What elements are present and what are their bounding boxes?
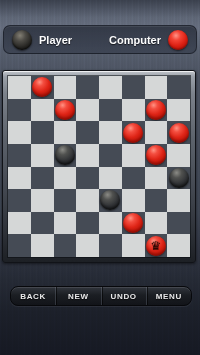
bottom-toolbar: BACK NEW UNDO MENU bbox=[10, 286, 192, 306]
square-r6c7[interactable] bbox=[167, 212, 190, 235]
red-piece[interactable] bbox=[123, 123, 143, 143]
square-r4c1[interactable] bbox=[31, 167, 54, 190]
square-r6c6[interactable] bbox=[145, 212, 168, 235]
square-r7c2[interactable] bbox=[54, 234, 77, 257]
player-label: Player bbox=[39, 34, 72, 46]
menu-button[interactable]: MENU bbox=[146, 287, 191, 305]
checkers-app-screen: Player Computer ♛ BACK NEW UNDO MENU bbox=[0, 0, 200, 355]
square-r5c3[interactable] bbox=[76, 189, 99, 212]
square-r7c3[interactable] bbox=[76, 234, 99, 257]
black-piece[interactable] bbox=[55, 145, 75, 165]
square-r2c4[interactable] bbox=[99, 121, 122, 144]
square-r7c1[interactable] bbox=[31, 234, 54, 257]
square-r2c5[interactable] bbox=[122, 121, 145, 144]
king-crown-icon: ♛ bbox=[150, 239, 161, 251]
square-r3c0[interactable] bbox=[8, 144, 31, 167]
square-r6c5[interactable] bbox=[122, 212, 145, 235]
square-r1c2[interactable] bbox=[54, 99, 77, 122]
square-r4c0[interactable] bbox=[8, 167, 31, 190]
red-piece[interactable] bbox=[169, 123, 189, 143]
square-r3c3[interactable] bbox=[76, 144, 99, 167]
back-button[interactable]: BACK bbox=[11, 287, 55, 305]
red-piece[interactable] bbox=[146, 100, 166, 120]
square-r1c6[interactable] bbox=[145, 99, 168, 122]
new-button[interactable]: NEW bbox=[55, 287, 100, 305]
square-r7c4[interactable] bbox=[99, 234, 122, 257]
black-piece[interactable] bbox=[169, 168, 189, 188]
square-r7c7[interactable] bbox=[167, 234, 190, 257]
square-r3c4[interactable] bbox=[99, 144, 122, 167]
square-r6c1[interactable] bbox=[31, 212, 54, 235]
square-r3c5[interactable] bbox=[122, 144, 145, 167]
red-king-piece[interactable]: ♛ bbox=[146, 236, 166, 256]
computer-piece-icon bbox=[168, 30, 188, 50]
square-r4c6[interactable] bbox=[145, 167, 168, 190]
red-piece[interactable] bbox=[32, 77, 52, 97]
square-r2c2[interactable] bbox=[54, 121, 77, 144]
square-r0c5[interactable] bbox=[122, 76, 145, 99]
score-header-panel: Player Computer bbox=[3, 25, 197, 54]
board-frame: ♛ bbox=[2, 70, 196, 263]
square-r0c2[interactable] bbox=[54, 76, 77, 99]
square-r4c7[interactable] bbox=[167, 167, 190, 190]
square-r5c1[interactable] bbox=[31, 189, 54, 212]
square-r6c0[interactable] bbox=[8, 212, 31, 235]
square-r5c5[interactable] bbox=[122, 189, 145, 212]
square-r1c1[interactable] bbox=[31, 99, 54, 122]
red-piece[interactable] bbox=[123, 213, 143, 233]
square-r4c3[interactable] bbox=[76, 167, 99, 190]
square-r5c4[interactable] bbox=[99, 189, 122, 212]
red-piece[interactable] bbox=[55, 100, 75, 120]
square-r7c5[interactable] bbox=[122, 234, 145, 257]
undo-button[interactable]: UNDO bbox=[101, 287, 146, 305]
square-r3c7[interactable] bbox=[167, 144, 190, 167]
square-r2c6[interactable] bbox=[145, 121, 168, 144]
square-r2c0[interactable] bbox=[8, 121, 31, 144]
square-r0c0[interactable] bbox=[8, 76, 31, 99]
square-r1c4[interactable] bbox=[99, 99, 122, 122]
square-r6c3[interactable] bbox=[76, 212, 99, 235]
square-r0c6[interactable] bbox=[145, 76, 168, 99]
computer-label: Computer bbox=[109, 34, 161, 46]
square-r2c3[interactable] bbox=[76, 121, 99, 144]
square-r2c1[interactable] bbox=[31, 121, 54, 144]
square-r7c6[interactable]: ♛ bbox=[145, 234, 168, 257]
square-r0c1[interactable] bbox=[31, 76, 54, 99]
checkers-board: ♛ bbox=[8, 76, 190, 257]
square-r1c0[interactable] bbox=[8, 99, 31, 122]
square-r3c2[interactable] bbox=[54, 144, 77, 167]
square-r5c2[interactable] bbox=[54, 189, 77, 212]
square-r5c7[interactable] bbox=[167, 189, 190, 212]
red-piece[interactable] bbox=[146, 145, 166, 165]
square-r3c6[interactable] bbox=[145, 144, 168, 167]
square-r1c3[interactable] bbox=[76, 99, 99, 122]
square-r1c5[interactable] bbox=[122, 99, 145, 122]
player-piece-icon bbox=[12, 30, 32, 50]
square-r0c3[interactable] bbox=[76, 76, 99, 99]
square-r4c5[interactable] bbox=[122, 167, 145, 190]
square-r6c4[interactable] bbox=[99, 212, 122, 235]
square-r4c4[interactable] bbox=[99, 167, 122, 190]
black-piece[interactable] bbox=[100, 190, 120, 210]
square-r6c2[interactable] bbox=[54, 212, 77, 235]
square-r0c4[interactable] bbox=[99, 76, 122, 99]
square-r5c0[interactable] bbox=[8, 189, 31, 212]
square-r5c6[interactable] bbox=[145, 189, 168, 212]
square-r0c7[interactable] bbox=[167, 76, 190, 99]
square-r1c7[interactable] bbox=[167, 99, 190, 122]
square-r3c1[interactable] bbox=[31, 144, 54, 167]
square-r4c2[interactable] bbox=[54, 167, 77, 190]
square-r7c0[interactable] bbox=[8, 234, 31, 257]
square-r2c7[interactable] bbox=[167, 121, 190, 144]
